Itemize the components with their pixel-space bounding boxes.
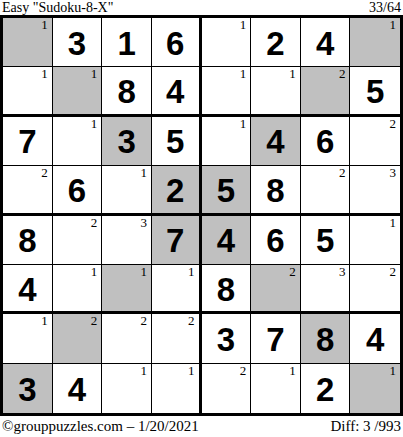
cell-value: 2 <box>316 371 334 406</box>
cell-r5c1[interactable]: 8 <box>3 216 53 265</box>
pencil-mark: 1 <box>289 67 296 81</box>
cell-r4c2[interactable]: 6 <box>53 166 103 215</box>
cell-r1c6[interactable]: 2 <box>251 18 301 67</box>
cell-r3c2[interactable]: 1 <box>53 117 103 166</box>
cell-r4c3[interactable]: 1 <box>102 166 152 215</box>
cell-value: 6 <box>266 222 284 257</box>
cell-r3c1[interactable]: 7 <box>3 117 53 166</box>
cell-r6c6[interactable]: 2 <box>251 265 301 314</box>
pencil-mark: 1 <box>240 18 247 32</box>
cell-r2c2[interactable]: 1 <box>53 67 103 116</box>
cell-value: 6 <box>316 123 334 158</box>
pencil-mark: 1 <box>41 314 48 328</box>
cell-r2c4[interactable]: 4 <box>152 67 202 116</box>
cell-r1c4[interactable]: 6 <box>152 18 202 67</box>
cell-r6c1[interactable]: 4 <box>3 265 53 314</box>
cell-r2c5[interactable]: 1 <box>202 67 252 116</box>
cell-r4c8[interactable]: 3 <box>350 166 400 215</box>
cell-r1c7[interactable]: 4 <box>301 18 351 67</box>
cell-value: 1 <box>117 25 135 60</box>
cell-r4c4[interactable]: 2 <box>152 166 202 215</box>
puzzle-counter: 33/64 <box>369 0 401 15</box>
pencil-mark: 1 <box>390 364 397 378</box>
cell-r4c5[interactable]: 5 <box>202 166 252 215</box>
cell-value: 4 <box>217 222 235 257</box>
cell-r3c6[interactable]: 4 <box>251 117 301 166</box>
sudoku-grid: 1316124111841125713514622612582382374651… <box>0 15 403 416</box>
pencil-mark: 1 <box>289 364 296 378</box>
pencil-mark: 3 <box>339 265 346 279</box>
cell-r1c8[interactable]: 1 <box>350 18 400 67</box>
cell-r1c2[interactable]: 3 <box>53 18 103 67</box>
pencil-mark: 1 <box>140 265 147 279</box>
cell-value: 5 <box>166 123 184 158</box>
pencil-mark: 1 <box>91 67 98 81</box>
cell-value: 4 <box>266 123 284 158</box>
pencil-mark: 1 <box>188 364 195 378</box>
cell-r5c5[interactable]: 4 <box>202 216 252 265</box>
cell-value: 3 <box>18 371 36 406</box>
pencil-mark: 2 <box>91 216 98 230</box>
cell-value: 4 <box>68 371 86 406</box>
cell-value: 7 <box>18 123 36 158</box>
cell-value: 6 <box>166 25 184 60</box>
pencil-mark: 2 <box>339 67 346 81</box>
cell-r8c4[interactable]: 1 <box>152 364 202 413</box>
cell-r2c6[interactable]: 1 <box>251 67 301 116</box>
cell-r8c1[interactable]: 3 <box>3 364 53 413</box>
cell-value: 8 <box>217 271 235 306</box>
cell-r6c3[interactable]: 1 <box>102 265 152 314</box>
pencil-mark: 1 <box>140 166 147 180</box>
cell-r8c3[interactable]: 1 <box>102 364 152 413</box>
pencil-mark: 1 <box>390 216 397 230</box>
cell-r8c7[interactable]: 2 <box>301 364 351 413</box>
cell-r6c7[interactable]: 3 <box>301 265 351 314</box>
cell-r1c3[interactable]: 1 <box>102 18 152 67</box>
cell-r7c6[interactable]: 7 <box>251 314 301 363</box>
cell-value: 6 <box>68 172 86 207</box>
cell-value: 5 <box>217 172 235 207</box>
cell-r3c8[interactable]: 2 <box>350 117 400 166</box>
cell-r7c4[interactable]: 2 <box>152 314 202 363</box>
pencil-mark: 2 <box>140 314 147 328</box>
cell-r2c1[interactable]: 1 <box>3 67 53 116</box>
page-header: Easy "Sudoku-8-X" 33/64 <box>2 0 401 15</box>
difficulty-text: Diff: 3 /993 <box>330 418 401 435</box>
cell-value: 8 <box>316 321 334 356</box>
cell-r1c5[interactable]: 1 <box>202 18 252 67</box>
pencil-mark: 1 <box>91 117 98 131</box>
pencil-mark: 2 <box>339 166 346 180</box>
cell-r7c3[interactable]: 2 <box>102 314 152 363</box>
cell-r7c7[interactable]: 8 <box>301 314 351 363</box>
cell-r7c8[interactable]: 4 <box>350 314 400 363</box>
cell-r6c4[interactable]: 1 <box>152 265 202 314</box>
cell-r2c3[interactable]: 8 <box>102 67 152 116</box>
pencil-mark: 3 <box>140 216 147 230</box>
cell-r3c4[interactable]: 5 <box>152 117 202 166</box>
pencil-mark: 1 <box>390 18 397 32</box>
pencil-mark: 1 <box>41 18 48 32</box>
cell-r8c8[interactable]: 1 <box>350 364 400 413</box>
cell-r8c6[interactable]: 1 <box>251 364 301 413</box>
cell-r5c7[interactable]: 5 <box>301 216 351 265</box>
cell-value: 8 <box>117 73 135 108</box>
cell-r1c1[interactable]: 1 <box>3 18 53 67</box>
cell-value: 8 <box>18 222 36 257</box>
cell-r5c2[interactable]: 2 <box>53 216 103 265</box>
pencil-mark: 1 <box>240 67 247 81</box>
pencil-mark: 2 <box>390 117 397 131</box>
cell-r4c1[interactable]: 2 <box>3 166 53 215</box>
cell-r3c7[interactable]: 6 <box>301 117 351 166</box>
cell-value: 4 <box>166 73 184 108</box>
pencil-mark: 2 <box>91 314 98 328</box>
cell-r6c8[interactable]: 2 <box>350 265 400 314</box>
cell-value: 8 <box>266 172 284 207</box>
cell-r7c1[interactable]: 1 <box>3 314 53 363</box>
cell-r7c2[interactable]: 2 <box>53 314 103 363</box>
cell-value: 7 <box>166 222 184 257</box>
cell-r5c6[interactable]: 6 <box>251 216 301 265</box>
cell-r8c5[interactable]: 2 <box>202 364 252 413</box>
cell-value: 5 <box>366 73 384 108</box>
pencil-mark: 1 <box>91 265 98 279</box>
cell-value: 3 <box>117 123 135 158</box>
copyright-text: ©grouppuzzles.com – 1/20/2021 <box>2 418 199 435</box>
cell-r2c8[interactable]: 5 <box>350 67 400 116</box>
cell-r7c5[interactable]: 3 <box>202 314 252 363</box>
cell-r8c2[interactable]: 4 <box>53 364 103 413</box>
cell-r6c5[interactable]: 8 <box>202 265 252 314</box>
cell-r3c3[interactable]: 3 <box>102 117 152 166</box>
pencil-mark: 2 <box>41 166 48 180</box>
pencil-mark: 1 <box>188 265 195 279</box>
puzzle-title: Easy "Sudoku-8-X" <box>2 0 113 15</box>
cell-value: 3 <box>68 25 86 60</box>
cell-r4c7[interactable]: 2 <box>301 166 351 215</box>
cell-value: 7 <box>266 321 284 356</box>
cell-value: 2 <box>166 172 184 207</box>
cell-r5c4[interactable]: 7 <box>152 216 202 265</box>
cell-value: 4 <box>316 25 334 60</box>
cell-r2c7[interactable]: 2 <box>301 67 351 116</box>
cell-r4c6[interactable]: 8 <box>251 166 301 215</box>
pencil-mark: 3 <box>390 166 397 180</box>
cell-value: 5 <box>316 222 334 257</box>
pencil-mark: 2 <box>289 265 296 279</box>
pencil-mark: 1 <box>140 364 147 378</box>
pencil-mark: 1 <box>240 117 247 131</box>
pencil-mark: 2 <box>188 314 195 328</box>
cell-r6c2[interactable]: 1 <box>53 265 103 314</box>
cell-value: 2 <box>266 25 284 60</box>
page-footer: ©grouppuzzles.com – 1/20/2021 Diff: 3 /9… <box>2 418 401 435</box>
pencil-mark: 2 <box>240 364 247 378</box>
cell-value: 4 <box>366 321 384 356</box>
cell-r5c3[interactable]: 3 <box>102 216 152 265</box>
cell-r5c8[interactable]: 1 <box>350 216 400 265</box>
pencil-mark: 1 <box>41 67 48 81</box>
cell-r3c5[interactable]: 1 <box>202 117 252 166</box>
pencil-mark: 2 <box>390 265 397 279</box>
cell-value: 4 <box>18 271 36 306</box>
cell-value: 3 <box>217 321 235 356</box>
